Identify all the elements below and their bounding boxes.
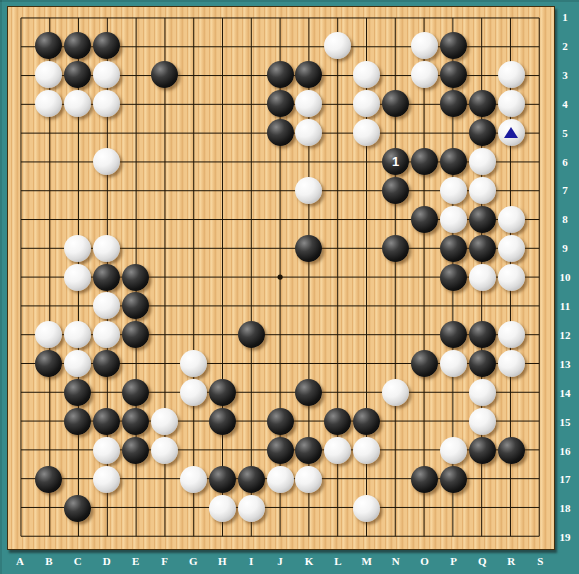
intersection-S10[interactable] xyxy=(526,263,555,292)
intersection-L15[interactable] xyxy=(323,407,352,436)
intersection-A1[interactable] xyxy=(6,3,35,32)
intersection-C11[interactable] xyxy=(63,291,92,320)
intersection-R7[interactable] xyxy=(497,176,526,205)
intersection-R11[interactable] xyxy=(497,291,526,320)
intersection-J17[interactable] xyxy=(266,465,295,494)
intersection-Q4[interactable] xyxy=(468,89,497,118)
intersection-R8[interactable] xyxy=(497,205,526,234)
intersection-O8[interactable] xyxy=(410,205,439,234)
intersection-M9[interactable] xyxy=(352,234,381,263)
intersection-O5[interactable] xyxy=(410,118,439,147)
intersection-S12[interactable] xyxy=(526,320,555,349)
intersection-E6[interactable] xyxy=(121,147,150,176)
intersection-J11[interactable] xyxy=(266,291,295,320)
intersection-C18[interactable] xyxy=(63,494,92,523)
intersection-B10[interactable] xyxy=(34,263,63,292)
intersection-F17[interactable] xyxy=(150,465,179,494)
intersection-O6[interactable] xyxy=(410,147,439,176)
intersection-P7[interactable] xyxy=(439,176,468,205)
intersection-L18[interactable] xyxy=(323,494,352,523)
intersection-I2[interactable] xyxy=(237,31,266,60)
intersection-E19[interactable] xyxy=(121,523,150,552)
intersection-S13[interactable] xyxy=(526,349,555,378)
intersection-R17[interactable] xyxy=(497,465,526,494)
intersection-O17[interactable] xyxy=(410,465,439,494)
intersection-H4[interactable] xyxy=(208,89,237,118)
intersection-Q12[interactable] xyxy=(468,320,497,349)
intersection-O10[interactable] xyxy=(410,263,439,292)
intersection-H18[interactable] xyxy=(208,494,237,523)
intersection-N1[interactable] xyxy=(381,3,410,32)
intersection-G3[interactable] xyxy=(179,60,208,89)
intersection-P18[interactable] xyxy=(439,494,468,523)
intersection-C14[interactable] xyxy=(63,378,92,407)
intersection-C15[interactable] xyxy=(63,407,92,436)
intersection-H8[interactable] xyxy=(208,205,237,234)
intersection-K14[interactable] xyxy=(294,378,323,407)
intersection-F18[interactable] xyxy=(150,494,179,523)
intersection-G19[interactable] xyxy=(179,523,208,552)
intersection-Q11[interactable] xyxy=(468,291,497,320)
intersection-R14[interactable] xyxy=(497,378,526,407)
intersection-I4[interactable] xyxy=(237,89,266,118)
intersection-B13[interactable] xyxy=(34,349,63,378)
intersection-R6[interactable] xyxy=(497,147,526,176)
intersection-B3[interactable] xyxy=(34,60,63,89)
intersection-H13[interactable] xyxy=(208,349,237,378)
intersection-C8[interactable] xyxy=(63,205,92,234)
intersection-J16[interactable] xyxy=(266,436,295,465)
intersection-M11[interactable] xyxy=(352,291,381,320)
intersection-A7[interactable] xyxy=(6,176,35,205)
intersection-M7[interactable] xyxy=(352,176,381,205)
intersection-E9[interactable] xyxy=(121,234,150,263)
intersection-K5[interactable] xyxy=(294,118,323,147)
intersection-H6[interactable] xyxy=(208,147,237,176)
intersection-I10[interactable] xyxy=(237,263,266,292)
intersection-M13[interactable] xyxy=(352,349,381,378)
intersection-B17[interactable] xyxy=(34,465,63,494)
intersection-F14[interactable] xyxy=(150,378,179,407)
intersection-B7[interactable] xyxy=(34,176,63,205)
intersection-P1[interactable] xyxy=(439,3,468,32)
intersection-E4[interactable] xyxy=(121,89,150,118)
intersection-A18[interactable] xyxy=(6,494,35,523)
intersection-R5[interactable] xyxy=(497,118,526,147)
intersection-I8[interactable] xyxy=(237,205,266,234)
intersection-L17[interactable] xyxy=(323,465,352,494)
intersection-N4[interactable] xyxy=(381,89,410,118)
intersection-A2[interactable] xyxy=(6,31,35,60)
intersection-I5[interactable] xyxy=(237,118,266,147)
intersection-R19[interactable] xyxy=(497,523,526,552)
intersection-D17[interactable] xyxy=(92,465,121,494)
intersection-P3[interactable] xyxy=(439,60,468,89)
intersection-K13[interactable] xyxy=(294,349,323,378)
intersection-L16[interactable] xyxy=(323,436,352,465)
intersection-M10[interactable] xyxy=(352,263,381,292)
intersection-D16[interactable] xyxy=(92,436,121,465)
intersection-P14[interactable] xyxy=(439,378,468,407)
intersection-F11[interactable] xyxy=(150,291,179,320)
intersection-E3[interactable] xyxy=(121,60,150,89)
intersection-B1[interactable] xyxy=(34,3,63,32)
intersection-E2[interactable] xyxy=(121,31,150,60)
intersection-J13[interactable] xyxy=(266,349,295,378)
intersection-D14[interactable] xyxy=(92,378,121,407)
intersection-F8[interactable] xyxy=(150,205,179,234)
intersection-S11[interactable] xyxy=(526,291,555,320)
intersection-M12[interactable] xyxy=(352,320,381,349)
intersection-M18[interactable] xyxy=(352,494,381,523)
intersection-J7[interactable] xyxy=(266,176,295,205)
intersection-L4[interactable] xyxy=(323,89,352,118)
intersection-F16[interactable] xyxy=(150,436,179,465)
intersection-O18[interactable] xyxy=(410,494,439,523)
intersection-O3[interactable] xyxy=(410,60,439,89)
intersection-K18[interactable] xyxy=(294,494,323,523)
intersection-H19[interactable] xyxy=(208,523,237,552)
intersection-F2[interactable] xyxy=(150,31,179,60)
intersection-N5[interactable] xyxy=(381,118,410,147)
intersection-E16[interactable] xyxy=(121,436,150,465)
intersection-F4[interactable] xyxy=(150,89,179,118)
intersection-Q16[interactable] xyxy=(468,436,497,465)
intersection-B4[interactable] xyxy=(34,89,63,118)
intersection-L13[interactable] xyxy=(323,349,352,378)
intersection-G6[interactable] xyxy=(179,147,208,176)
intersection-H17[interactable] xyxy=(208,465,237,494)
intersection-G15[interactable] xyxy=(179,407,208,436)
intersection-P10[interactable] xyxy=(439,263,468,292)
intersection-R16[interactable] xyxy=(497,436,526,465)
intersection-P2[interactable] xyxy=(439,31,468,60)
intersection-J8[interactable] xyxy=(266,205,295,234)
intersection-M5[interactable] xyxy=(352,118,381,147)
intersection-N2[interactable] xyxy=(381,31,410,60)
intersection-N15[interactable] xyxy=(381,407,410,436)
intersection-G2[interactable] xyxy=(179,31,208,60)
intersection-M1[interactable] xyxy=(352,3,381,32)
intersection-A9[interactable] xyxy=(6,234,35,263)
intersection-D12[interactable] xyxy=(92,320,121,349)
intersection-Q1[interactable] xyxy=(468,3,497,32)
intersection-R3[interactable] xyxy=(497,60,526,89)
intersection-H10[interactable] xyxy=(208,263,237,292)
intersection-R13[interactable] xyxy=(497,349,526,378)
intersection-C6[interactable] xyxy=(63,147,92,176)
intersection-H1[interactable] xyxy=(208,3,237,32)
intersection-B18[interactable] xyxy=(34,494,63,523)
intersection-I14[interactable] xyxy=(237,378,266,407)
intersection-F12[interactable] xyxy=(150,320,179,349)
intersection-I13[interactable] xyxy=(237,349,266,378)
intersection-I18[interactable] xyxy=(237,494,266,523)
intersection-R10[interactable] xyxy=(497,263,526,292)
intersection-S3[interactable] xyxy=(526,60,555,89)
intersection-D4[interactable] xyxy=(92,89,121,118)
intersection-O12[interactable] xyxy=(410,320,439,349)
intersection-B15[interactable] xyxy=(34,407,63,436)
intersection-E15[interactable] xyxy=(121,407,150,436)
intersection-L10[interactable] xyxy=(323,263,352,292)
intersection-J12[interactable] xyxy=(266,320,295,349)
intersection-P9[interactable] xyxy=(439,234,468,263)
intersection-L8[interactable] xyxy=(323,205,352,234)
intersection-S18[interactable] xyxy=(526,494,555,523)
intersection-O9[interactable] xyxy=(410,234,439,263)
intersection-A19[interactable] xyxy=(6,523,35,552)
intersection-R9[interactable] xyxy=(497,234,526,263)
intersection-G17[interactable] xyxy=(179,465,208,494)
intersection-G18[interactable] xyxy=(179,494,208,523)
intersection-N7[interactable] xyxy=(381,176,410,205)
intersection-C1[interactable] xyxy=(63,3,92,32)
intersection-F1[interactable] xyxy=(150,3,179,32)
intersection-G13[interactable] xyxy=(179,349,208,378)
intersection-B16[interactable] xyxy=(34,436,63,465)
intersection-K16[interactable] xyxy=(294,436,323,465)
intersection-D11[interactable] xyxy=(92,291,121,320)
intersection-L19[interactable] xyxy=(323,523,352,552)
intersection-E17[interactable] xyxy=(121,465,150,494)
intersection-R1[interactable] xyxy=(497,3,526,32)
intersection-O11[interactable] xyxy=(410,291,439,320)
intersection-S8[interactable] xyxy=(526,205,555,234)
intersection-A3[interactable] xyxy=(6,60,35,89)
intersection-F10[interactable] xyxy=(150,263,179,292)
intersection-N19[interactable] xyxy=(381,523,410,552)
intersection-N8[interactable] xyxy=(381,205,410,234)
intersection-I12[interactable] xyxy=(237,320,266,349)
intersection-A8[interactable] xyxy=(6,205,35,234)
intersection-P16[interactable] xyxy=(439,436,468,465)
intersection-B9[interactable] xyxy=(34,234,63,263)
intersection-D3[interactable] xyxy=(92,60,121,89)
intersection-A17[interactable] xyxy=(6,465,35,494)
intersection-C12[interactable] xyxy=(63,320,92,349)
intersection-L3[interactable] xyxy=(323,60,352,89)
intersection-B19[interactable] xyxy=(34,523,63,552)
intersection-C2[interactable] xyxy=(63,31,92,60)
intersection-I3[interactable] xyxy=(237,60,266,89)
intersection-Q19[interactable] xyxy=(468,523,497,552)
intersection-N6[interactable]: 1 xyxy=(381,147,410,176)
intersection-S4[interactable] xyxy=(526,89,555,118)
intersection-N10[interactable] xyxy=(381,263,410,292)
intersection-G5[interactable] xyxy=(179,118,208,147)
intersection-E18[interactable] xyxy=(121,494,150,523)
intersection-D18[interactable] xyxy=(92,494,121,523)
intersection-I15[interactable] xyxy=(237,407,266,436)
intersection-O1[interactable] xyxy=(410,3,439,32)
intersection-O16[interactable] xyxy=(410,436,439,465)
intersection-H9[interactable] xyxy=(208,234,237,263)
intersection-B11[interactable] xyxy=(34,291,63,320)
intersection-C17[interactable] xyxy=(63,465,92,494)
intersection-C13[interactable] xyxy=(63,349,92,378)
intersection-C7[interactable] xyxy=(63,176,92,205)
intersection-P4[interactable] xyxy=(439,89,468,118)
intersection-M4[interactable] xyxy=(352,89,381,118)
intersection-R15[interactable] xyxy=(497,407,526,436)
intersection-F9[interactable] xyxy=(150,234,179,263)
intersection-O7[interactable] xyxy=(410,176,439,205)
intersection-Q10[interactable] xyxy=(468,263,497,292)
intersection-J5[interactable] xyxy=(266,118,295,147)
intersection-E8[interactable] xyxy=(121,205,150,234)
intersection-G12[interactable] xyxy=(179,320,208,349)
intersection-Q5[interactable] xyxy=(468,118,497,147)
intersection-P6[interactable] xyxy=(439,147,468,176)
intersection-P12[interactable] xyxy=(439,320,468,349)
intersection-G4[interactable] xyxy=(179,89,208,118)
intersection-O15[interactable] xyxy=(410,407,439,436)
intersection-P5[interactable] xyxy=(439,118,468,147)
intersection-J10[interactable] xyxy=(266,263,295,292)
intersection-S9[interactable] xyxy=(526,234,555,263)
intersection-N18[interactable] xyxy=(381,494,410,523)
intersection-B14[interactable] xyxy=(34,378,63,407)
intersection-F7[interactable] xyxy=(150,176,179,205)
intersection-B6[interactable] xyxy=(34,147,63,176)
intersection-C3[interactable] xyxy=(63,60,92,89)
intersection-L2[interactable] xyxy=(323,31,352,60)
intersection-D1[interactable] xyxy=(92,3,121,32)
intersection-L1[interactable] xyxy=(323,3,352,32)
intersection-M17[interactable] xyxy=(352,465,381,494)
intersection-O13[interactable] xyxy=(410,349,439,378)
intersection-B2[interactable] xyxy=(34,31,63,60)
intersection-N16[interactable] xyxy=(381,436,410,465)
intersection-E10[interactable] xyxy=(121,263,150,292)
intersection-L11[interactable] xyxy=(323,291,352,320)
intersection-J9[interactable] xyxy=(266,234,295,263)
intersection-A16[interactable] xyxy=(6,436,35,465)
intersection-E12[interactable] xyxy=(121,320,150,349)
intersection-N14[interactable] xyxy=(381,378,410,407)
intersection-A12[interactable] xyxy=(6,320,35,349)
intersection-Q9[interactable] xyxy=(468,234,497,263)
intersection-A5[interactable] xyxy=(6,118,35,147)
intersection-L7[interactable] xyxy=(323,176,352,205)
intersection-A15[interactable] xyxy=(6,407,35,436)
intersection-G1[interactable] xyxy=(179,3,208,32)
intersection-M15[interactable] xyxy=(352,407,381,436)
intersection-L6[interactable] xyxy=(323,147,352,176)
intersection-H16[interactable] xyxy=(208,436,237,465)
intersection-C5[interactable] xyxy=(63,118,92,147)
intersection-A11[interactable] xyxy=(6,291,35,320)
intersection-J19[interactable] xyxy=(266,523,295,552)
intersection-D5[interactable] xyxy=(92,118,121,147)
intersection-D19[interactable] xyxy=(92,523,121,552)
intersection-Q15[interactable] xyxy=(468,407,497,436)
intersection-G11[interactable] xyxy=(179,291,208,320)
intersection-K11[interactable] xyxy=(294,291,323,320)
intersection-F5[interactable] xyxy=(150,118,179,147)
intersection-F19[interactable] xyxy=(150,523,179,552)
intersection-Q17[interactable] xyxy=(468,465,497,494)
intersection-P15[interactable] xyxy=(439,407,468,436)
intersection-F13[interactable] xyxy=(150,349,179,378)
intersection-K7[interactable] xyxy=(294,176,323,205)
intersection-S2[interactable] xyxy=(526,31,555,60)
intersection-D6[interactable] xyxy=(92,147,121,176)
intersection-M3[interactable] xyxy=(352,60,381,89)
intersection-K1[interactable] xyxy=(294,3,323,32)
intersection-I1[interactable] xyxy=(237,3,266,32)
intersection-I17[interactable] xyxy=(237,465,266,494)
intersection-H12[interactable] xyxy=(208,320,237,349)
intersection-N13[interactable] xyxy=(381,349,410,378)
intersection-E7[interactable] xyxy=(121,176,150,205)
intersection-M8[interactable] xyxy=(352,205,381,234)
intersection-H14[interactable] xyxy=(208,378,237,407)
intersection-G7[interactable] xyxy=(179,176,208,205)
intersection-Q2[interactable] xyxy=(468,31,497,60)
intersection-P17[interactable] xyxy=(439,465,468,494)
intersection-A6[interactable] xyxy=(6,147,35,176)
intersection-G10[interactable] xyxy=(179,263,208,292)
intersection-K19[interactable] xyxy=(294,523,323,552)
intersection-D13[interactable] xyxy=(92,349,121,378)
intersection-C16[interactable] xyxy=(63,436,92,465)
intersection-S14[interactable] xyxy=(526,378,555,407)
intersection-C9[interactable] xyxy=(63,234,92,263)
intersection-C10[interactable] xyxy=(63,263,92,292)
intersection-K6[interactable] xyxy=(294,147,323,176)
intersection-P11[interactable] xyxy=(439,291,468,320)
intersection-J6[interactable] xyxy=(266,147,295,176)
intersection-Q18[interactable] xyxy=(468,494,497,523)
intersection-P19[interactable] xyxy=(439,523,468,552)
intersection-Q7[interactable] xyxy=(468,176,497,205)
intersection-H5[interactable] xyxy=(208,118,237,147)
intersection-I6[interactable] xyxy=(237,147,266,176)
intersection-K3[interactable] xyxy=(294,60,323,89)
intersection-H11[interactable] xyxy=(208,291,237,320)
intersection-J18[interactable] xyxy=(266,494,295,523)
intersection-K15[interactable] xyxy=(294,407,323,436)
intersection-G14[interactable] xyxy=(179,378,208,407)
intersection-K2[interactable] xyxy=(294,31,323,60)
intersection-J1[interactable] xyxy=(266,3,295,32)
intersection-O19[interactable] xyxy=(410,523,439,552)
intersection-D9[interactable] xyxy=(92,234,121,263)
intersection-S7[interactable] xyxy=(526,176,555,205)
intersection-M2[interactable] xyxy=(352,31,381,60)
intersection-D7[interactable] xyxy=(92,176,121,205)
intersection-E1[interactable] xyxy=(121,3,150,32)
intersection-L5[interactable] xyxy=(323,118,352,147)
intersection-F6[interactable] xyxy=(150,147,179,176)
intersection-S5[interactable] xyxy=(526,118,555,147)
intersection-C4[interactable] xyxy=(63,89,92,118)
intersection-S17[interactable] xyxy=(526,465,555,494)
intersection-Q14[interactable] xyxy=(468,378,497,407)
intersection-I19[interactable] xyxy=(237,523,266,552)
intersection-E11[interactable] xyxy=(121,291,150,320)
intersection-G16[interactable] xyxy=(179,436,208,465)
intersection-E14[interactable] xyxy=(121,378,150,407)
intersection-R18[interactable] xyxy=(497,494,526,523)
intersection-Q3[interactable] xyxy=(468,60,497,89)
intersection-A4[interactable] xyxy=(6,89,35,118)
intersection-O14[interactable] xyxy=(410,378,439,407)
intersection-D2[interactable] xyxy=(92,31,121,60)
intersection-O4[interactable] xyxy=(410,89,439,118)
